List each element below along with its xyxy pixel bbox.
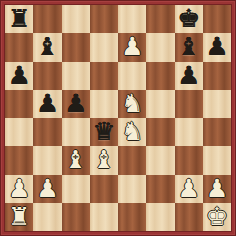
square-e2[interactable]	[118, 175, 146, 203]
square-g4[interactable]	[175, 118, 203, 146]
piece-white-bishop-c3[interactable]: ♝	[64, 146, 86, 174]
piece-white-knight-e5[interactable]: ♞	[121, 90, 143, 118]
piece-black-pawn-b5[interactable]: ♟	[36, 90, 58, 118]
square-a5[interactable]	[5, 90, 33, 118]
square-d8[interactable]	[90, 5, 118, 33]
square-h5[interactable]	[203, 90, 231, 118]
board-frame: ♜♚♝♟♝♟♟♟♟♟♞♛♞♝♝♟♟♟♟♜♚	[0, 0, 236, 236]
square-f3[interactable]	[146, 146, 174, 174]
piece-white-pawn-b2[interactable]: ♟	[36, 175, 58, 203]
square-b5[interactable]: ♟	[33, 90, 61, 118]
square-c4[interactable]	[62, 118, 90, 146]
square-b8[interactable]	[33, 5, 61, 33]
square-f8[interactable]	[146, 5, 174, 33]
piece-white-knight-e4[interactable]: ♞	[121, 118, 143, 146]
square-a7[interactable]	[5, 33, 33, 61]
square-e3[interactable]	[118, 146, 146, 174]
square-g7[interactable]: ♝	[175, 33, 203, 61]
square-h6[interactable]	[203, 62, 231, 90]
square-b7[interactable]: ♝	[33, 33, 61, 61]
square-a1[interactable]: ♜	[5, 203, 33, 231]
square-f1[interactable]	[146, 203, 174, 231]
square-f4[interactable]	[146, 118, 174, 146]
square-h1[interactable]: ♚	[203, 203, 231, 231]
square-a2[interactable]: ♟	[5, 175, 33, 203]
square-e6[interactable]	[118, 62, 146, 90]
piece-black-bishop-b7[interactable]: ♝	[36, 33, 58, 61]
square-f5[interactable]	[146, 90, 174, 118]
square-c2[interactable]	[62, 175, 90, 203]
square-c7[interactable]	[62, 33, 90, 61]
square-g8[interactable]: ♚	[175, 5, 203, 33]
piece-black-pawn-h7[interactable]: ♟	[206, 33, 228, 61]
square-h4[interactable]	[203, 118, 231, 146]
square-b2[interactable]: ♟	[33, 175, 61, 203]
piece-black-pawn-g6[interactable]: ♟	[177, 62, 199, 90]
piece-black-pawn-a6[interactable]: ♟	[8, 62, 30, 90]
square-c1[interactable]	[62, 203, 90, 231]
piece-black-pawn-c5[interactable]: ♟	[64, 90, 86, 118]
piece-white-pawn-g2[interactable]: ♟	[177, 175, 199, 203]
chess-board: ♜♚♝♟♝♟♟♟♟♟♞♛♞♝♝♟♟♟♟♜♚	[5, 5, 231, 231]
square-b3[interactable]	[33, 146, 61, 174]
square-e1[interactable]	[118, 203, 146, 231]
square-c6[interactable]	[62, 62, 90, 90]
square-g1[interactable]	[175, 203, 203, 231]
square-d6[interactable]	[90, 62, 118, 90]
square-f6[interactable]	[146, 62, 174, 90]
square-a3[interactable]	[5, 146, 33, 174]
square-h8[interactable]	[203, 5, 231, 33]
square-b6[interactable]	[33, 62, 61, 90]
square-f7[interactable]	[146, 33, 174, 61]
square-e8[interactable]	[118, 5, 146, 33]
square-g5[interactable]	[175, 90, 203, 118]
piece-black-king-g8[interactable]: ♚	[177, 5, 199, 33]
square-c8[interactable]	[62, 5, 90, 33]
square-h3[interactable]	[203, 146, 231, 174]
piece-white-king-h1[interactable]: ♚	[206, 203, 228, 231]
square-e4[interactable]: ♞	[118, 118, 146, 146]
piece-white-pawn-a2[interactable]: ♟	[8, 175, 30, 203]
square-d5[interactable]	[90, 90, 118, 118]
square-h7[interactable]: ♟	[203, 33, 231, 61]
square-d3[interactable]: ♝	[90, 146, 118, 174]
square-f2[interactable]	[146, 175, 174, 203]
square-g2[interactable]: ♟	[175, 175, 203, 203]
square-c5[interactable]: ♟	[62, 90, 90, 118]
square-e5[interactable]: ♞	[118, 90, 146, 118]
square-e7[interactable]: ♟	[118, 33, 146, 61]
piece-black-queen-d4[interactable]: ♛	[93, 118, 115, 146]
piece-white-pawn-e7[interactable]: ♟	[121, 33, 143, 61]
piece-black-rook-a8[interactable]: ♜	[8, 5, 30, 33]
square-g6[interactable]: ♟	[175, 62, 203, 90]
square-d2[interactable]	[90, 175, 118, 203]
square-c3[interactable]: ♝	[62, 146, 90, 174]
square-b4[interactable]	[33, 118, 61, 146]
square-d1[interactable]	[90, 203, 118, 231]
piece-white-pawn-h2[interactable]: ♟	[206, 175, 228, 203]
square-a4[interactable]	[5, 118, 33, 146]
square-d7[interactable]	[90, 33, 118, 61]
square-h2[interactable]: ♟	[203, 175, 231, 203]
piece-black-bishop-g7[interactable]: ♝	[177, 33, 199, 61]
square-g3[interactable]	[175, 146, 203, 174]
square-a8[interactable]: ♜	[5, 5, 33, 33]
piece-white-bishop-d3[interactable]: ♝	[93, 146, 115, 174]
piece-white-rook-a1[interactable]: ♜	[8, 203, 30, 231]
square-a6[interactable]: ♟	[5, 62, 33, 90]
square-d4[interactable]: ♛	[90, 118, 118, 146]
square-b1[interactable]	[33, 203, 61, 231]
